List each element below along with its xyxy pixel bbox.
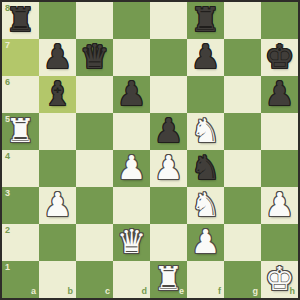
square-f5[interactable]: ♞ — [187, 113, 224, 150]
file-label-b: b — [68, 287, 74, 296]
square-b5[interactable] — [39, 113, 76, 150]
square-c3[interactable] — [76, 187, 113, 224]
rank-label-3: 3 — [5, 189, 10, 198]
square-h5[interactable] — [261, 113, 298, 150]
square-b3[interactable]: ♟ — [39, 187, 76, 224]
square-d5[interactable] — [113, 113, 150, 150]
square-e4[interactable]: ♟ — [150, 150, 187, 187]
square-e2[interactable] — [150, 224, 187, 261]
white-knight-f5[interactable]: ♞ — [191, 114, 221, 147]
square-f1[interactable]: f — [187, 261, 224, 298]
black-rook-a8[interactable]: ♜ — [6, 3, 36, 36]
black-pawn-f7[interactable]: ♟ — [191, 40, 221, 73]
black-pawn-e5[interactable]: ♟ — [154, 114, 184, 147]
square-c1[interactable]: c — [76, 261, 113, 298]
square-h2[interactable] — [261, 224, 298, 261]
square-e5[interactable]: ♟ — [150, 113, 187, 150]
black-pawn-b7[interactable]: ♟ — [43, 40, 73, 73]
square-h1[interactable]: h♚ — [261, 261, 298, 298]
square-c7[interactable]: ♛ — [76, 39, 113, 76]
square-h7[interactable]: ♚ — [261, 39, 298, 76]
square-d3[interactable] — [113, 187, 150, 224]
white-pawn-b3[interactable]: ♟ — [43, 188, 73, 221]
square-b6[interactable]: ♝ — [39, 76, 76, 113]
square-b2[interactable] — [39, 224, 76, 261]
rank-label-4: 4 — [5, 152, 10, 161]
square-c5[interactable] — [76, 113, 113, 150]
square-c2[interactable] — [76, 224, 113, 261]
square-g8[interactable] — [224, 2, 261, 39]
square-g1[interactable]: g — [224, 261, 261, 298]
square-g5[interactable] — [224, 113, 261, 150]
square-f3[interactable]: ♞ — [187, 187, 224, 224]
rank-label-7: 7 — [5, 41, 10, 50]
square-e3[interactable] — [150, 187, 187, 224]
square-c6[interactable] — [76, 76, 113, 113]
board-frame: 8♜♜7♟♛♟♚6♝♟♟5♜♟♞4♟♟♞3♟♞♟2♛♟1abcde♜fgh♚ — [0, 0, 300, 300]
white-pawn-e4[interactable]: ♟ — [154, 151, 184, 184]
square-f7[interactable]: ♟ — [187, 39, 224, 76]
black-bishop-b6[interactable]: ♝ — [43, 77, 73, 110]
square-f4[interactable]: ♞ — [187, 150, 224, 187]
white-pawn-d4[interactable]: ♟ — [117, 151, 147, 184]
black-queen-c7[interactable]: ♛ — [80, 40, 110, 73]
square-a2[interactable]: 2 — [2, 224, 39, 261]
square-d7[interactable] — [113, 39, 150, 76]
square-g3[interactable] — [224, 187, 261, 224]
square-a1[interactable]: 1a — [2, 261, 39, 298]
black-pawn-d6[interactable]: ♟ — [117, 77, 147, 110]
square-a5[interactable]: 5♜ — [2, 113, 39, 150]
rank-label-6: 6 — [5, 78, 10, 87]
black-rook-f8[interactable]: ♜ — [191, 3, 221, 36]
square-f2[interactable]: ♟ — [187, 224, 224, 261]
square-c4[interactable] — [76, 150, 113, 187]
square-d4[interactable]: ♟ — [113, 150, 150, 187]
square-e8[interactable] — [150, 2, 187, 39]
black-pawn-h6[interactable]: ♟ — [265, 77, 295, 110]
square-c8[interactable] — [76, 2, 113, 39]
white-king-h1[interactable]: ♚ — [265, 262, 295, 295]
black-knight-f4[interactable]: ♞ — [191, 151, 221, 184]
square-b8[interactable] — [39, 2, 76, 39]
rank-label-1: 1 — [5, 263, 10, 272]
square-h4[interactable] — [261, 150, 298, 187]
square-h3[interactable]: ♟ — [261, 187, 298, 224]
square-a6[interactable]: 6 — [2, 76, 39, 113]
square-e6[interactable] — [150, 76, 187, 113]
white-pawn-h3[interactable]: ♟ — [265, 188, 295, 221]
square-d8[interactable] — [113, 2, 150, 39]
square-e1[interactable]: e♜ — [150, 261, 187, 298]
square-f8[interactable]: ♜ — [187, 2, 224, 39]
square-b7[interactable]: ♟ — [39, 39, 76, 76]
square-d6[interactable]: ♟ — [113, 76, 150, 113]
square-g2[interactable] — [224, 224, 261, 261]
square-a4[interactable]: 4 — [2, 150, 39, 187]
square-h6[interactable]: ♟ — [261, 76, 298, 113]
chess-board: 8♜♜7♟♛♟♚6♝♟♟5♜♟♞4♟♟♞3♟♞♟2♛♟1abcde♜fgh♚ — [2, 2, 298, 298]
white-rook-a5[interactable]: ♜ — [6, 114, 36, 147]
rank-label-2: 2 — [5, 226, 10, 235]
white-pawn-f2[interactable]: ♟ — [191, 225, 221, 258]
square-f6[interactable] — [187, 76, 224, 113]
black-king-h7[interactable]: ♚ — [265, 40, 295, 73]
square-g4[interactable] — [224, 150, 261, 187]
file-label-c: c — [105, 287, 110, 296]
square-a8[interactable]: 8♜ — [2, 2, 39, 39]
white-rook-e1[interactable]: ♜ — [154, 262, 184, 295]
square-a7[interactable]: 7 — [2, 39, 39, 76]
file-label-d: d — [142, 287, 148, 296]
square-a3[interactable]: 3 — [2, 187, 39, 224]
square-b1[interactable]: b — [39, 261, 76, 298]
white-knight-f3[interactable]: ♞ — [191, 188, 221, 221]
square-d1[interactable]: d — [113, 261, 150, 298]
file-label-f: f — [218, 287, 221, 296]
square-e7[interactable] — [150, 39, 187, 76]
file-label-a: a — [31, 287, 36, 296]
file-label-g: g — [253, 287, 259, 296]
square-h8[interactable] — [261, 2, 298, 39]
square-g6[interactable] — [224, 76, 261, 113]
white-queen-d2[interactable]: ♛ — [117, 225, 147, 258]
square-g7[interactable] — [224, 39, 261, 76]
square-d2[interactable]: ♛ — [113, 224, 150, 261]
square-b4[interactable] — [39, 150, 76, 187]
